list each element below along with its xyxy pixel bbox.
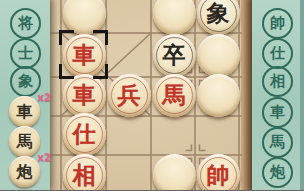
piece-hidden[interactable] [197,74,240,117]
piece-red-chariot[interactable]: 車 [63,74,106,117]
screen-edge [300,0,304,190]
piece-hidden[interactable] [153,154,196,191]
captured-tray-red: 帥 仕 相 車 馬 炮 [252,0,300,190]
piece-red-soldier[interactable]: 兵 [108,74,151,117]
tray-red-cannon: 炮 [262,157,293,188]
piece-hidden[interactable] [153,0,196,35]
captured-tray-black: 将 士 象 車 x2 馬 炮 x2 [0,0,50,190]
count-badge: x2 [38,152,51,163]
piece-red-elephant[interactable]: 相 [63,154,106,191]
tray-red-chariot: 車 [262,97,293,128]
piece-red-advisor[interactable]: 仕 [63,113,106,156]
count-badge: x2 [38,92,51,103]
selection-brackets [59,30,108,79]
piece-red-horse[interactable]: 馬 [153,74,196,117]
tray-black-chariot-captured: 車 x2 [9,96,40,127]
tray-black-general: 将 [10,8,41,39]
piece-black-elephant[interactable]: 象 [197,0,240,35]
game-screen: 象 車 卒 車 兵 馬 仕 相 帥 将 士 象 車 x2 馬 [0,0,304,190]
tray-black-horse-captured: 馬 [9,126,40,157]
tray-red-horse: 馬 [262,127,293,158]
tray-red-general: 帥 [262,8,293,39]
piece-black-pawn[interactable]: 卒 [153,34,196,77]
tray-black-cannon-captured: 炮 x2 [9,156,40,187]
tray-black-elephant: 象 [10,66,41,97]
tray-red-advisor: 仕 [262,38,293,69]
tray-red-elephant: 相 [262,66,293,97]
tray-black-advisor: 士 [10,38,41,69]
piece-hidden[interactable] [197,34,240,77]
piece-red-general[interactable]: 帥 [197,154,240,191]
